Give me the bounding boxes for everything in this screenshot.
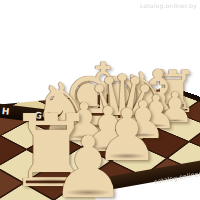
piece-pawn: ♟ bbox=[50, 125, 126, 197]
chess-set-photo: catalog.onliner.by H G catalog.onliner.b… bbox=[0, 0, 200, 200]
watermark-top: catalog.onliner.by bbox=[140, 2, 197, 9]
pawn-glyph: ♟ bbox=[50, 125, 126, 200]
